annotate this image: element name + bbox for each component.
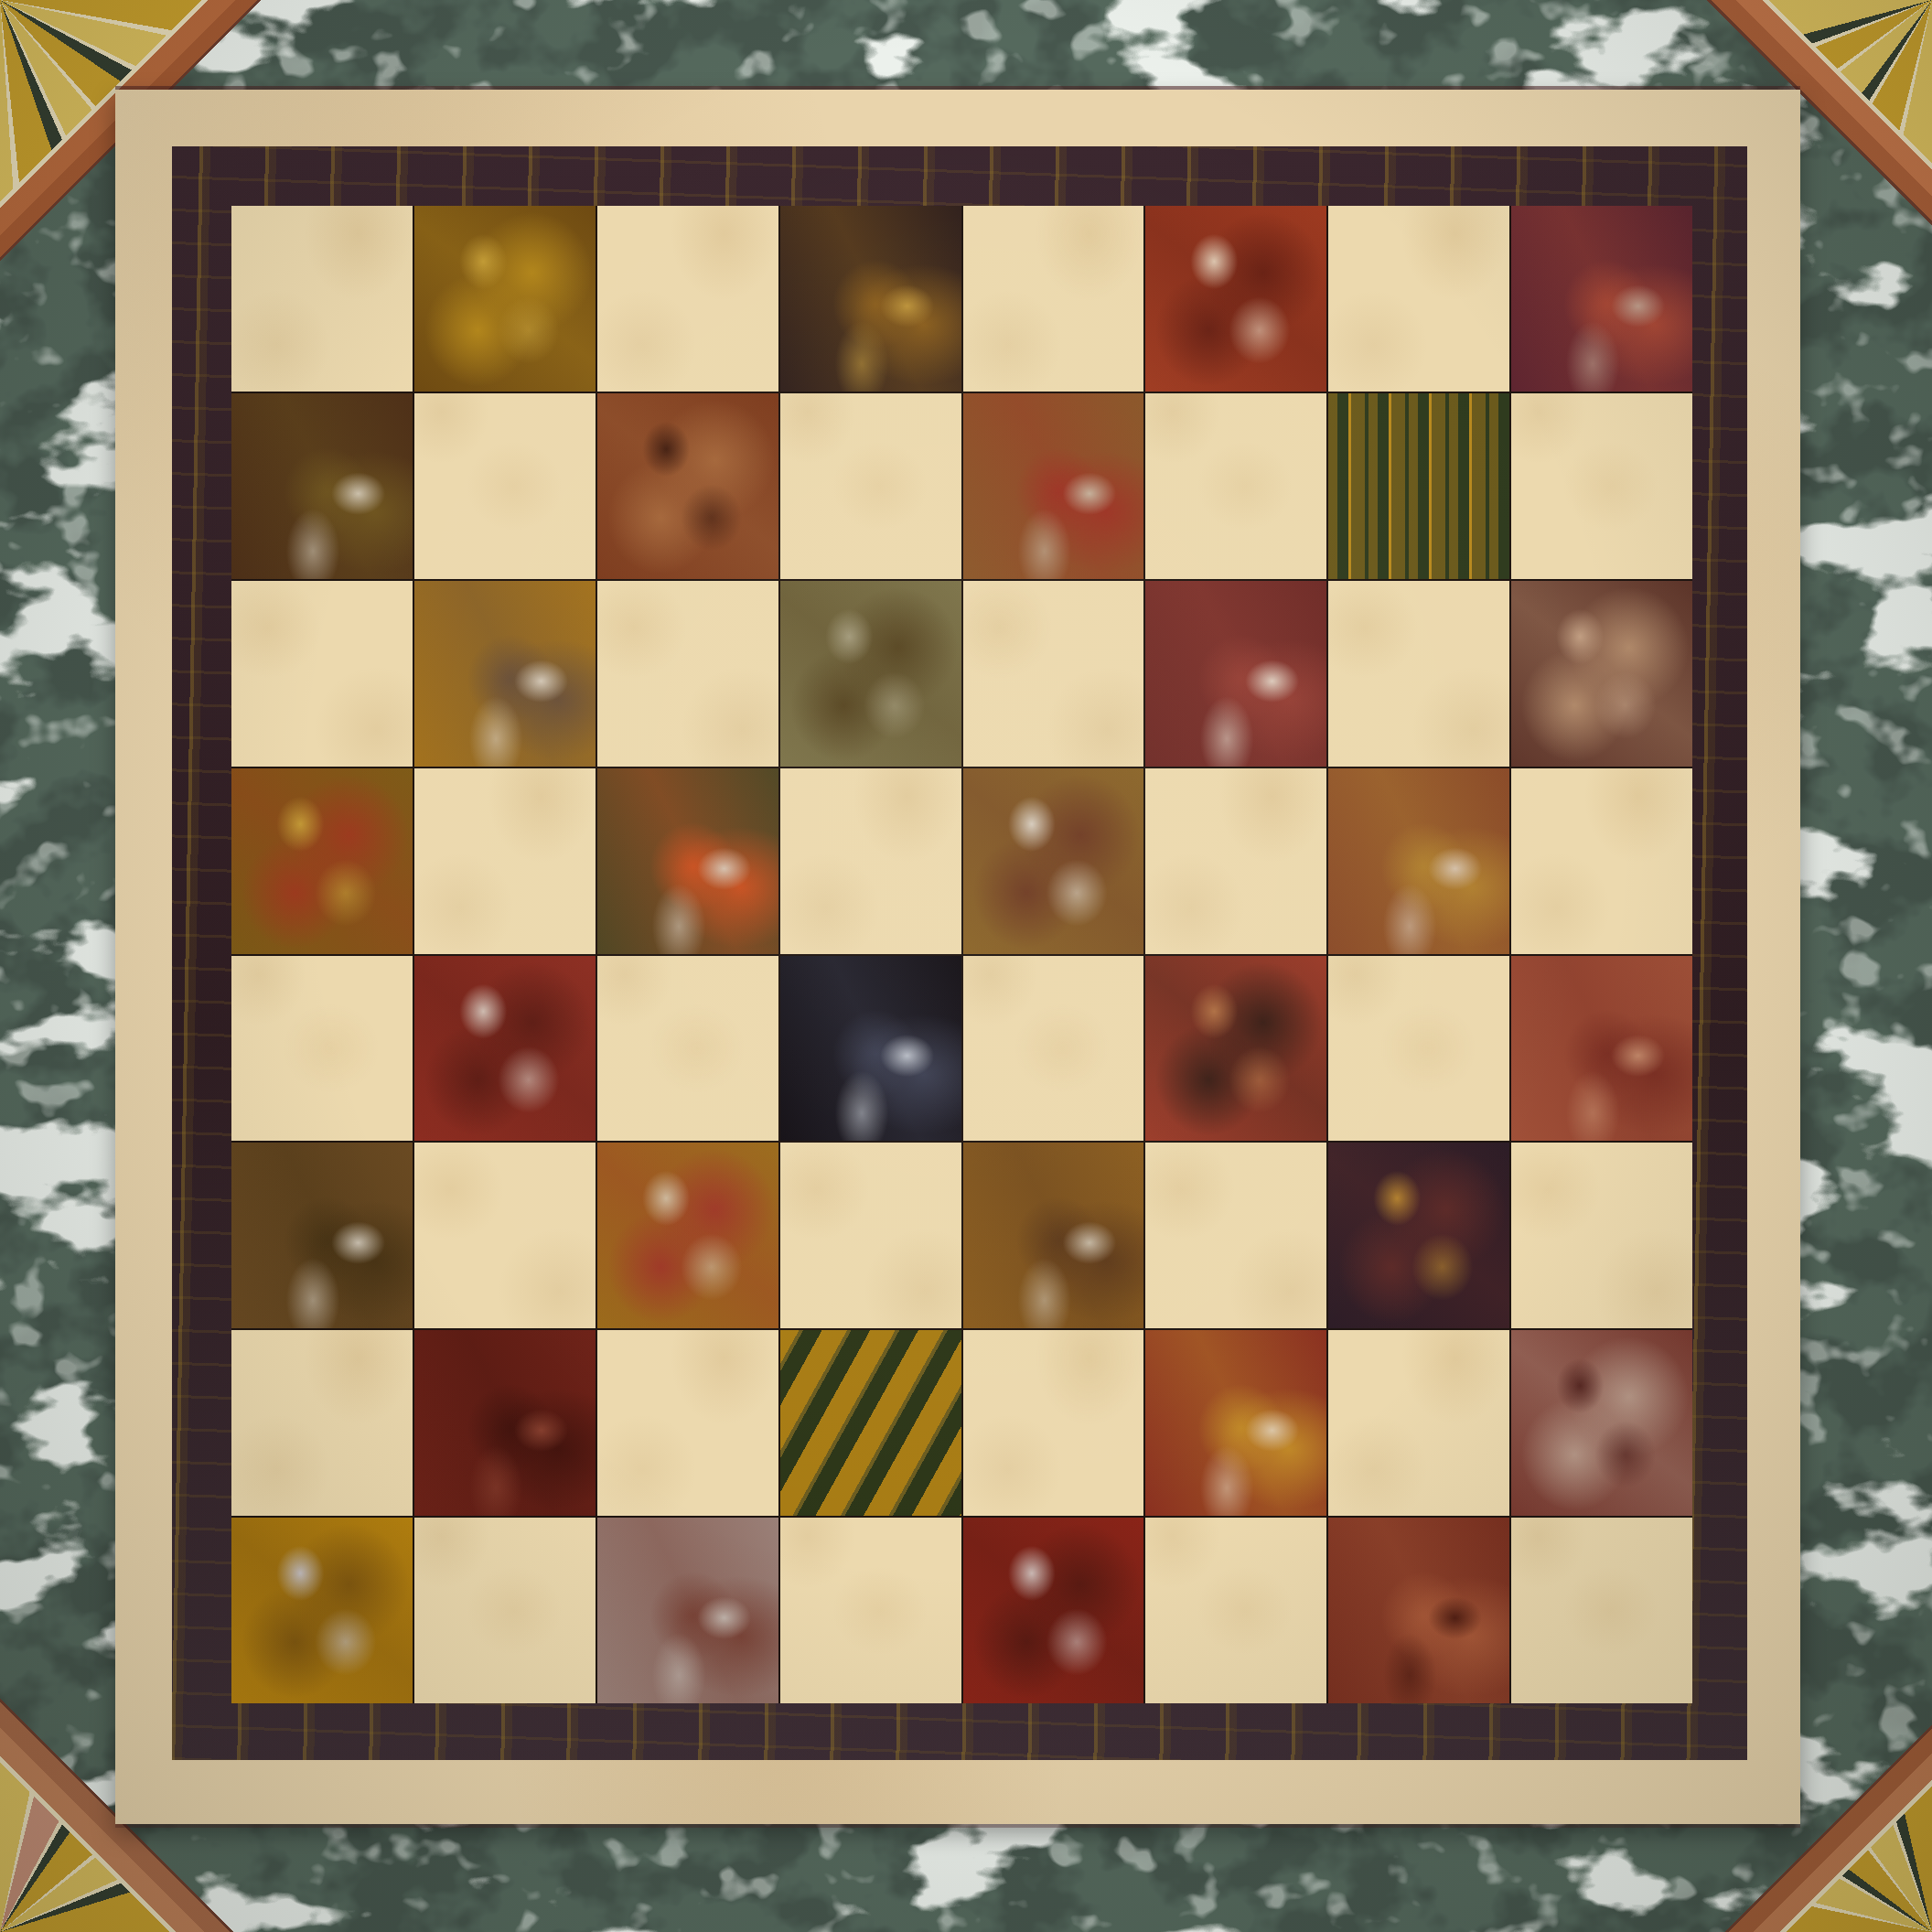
square-a8[interactable] [231, 206, 413, 392]
square-e7[interactable] [963, 393, 1144, 579]
square-d6[interactable] [780, 581, 961, 767]
square-g6[interactable] [1328, 581, 1509, 767]
square-f2[interactable] [1145, 1330, 1326, 1516]
square-h1[interactable] [1511, 1518, 1692, 1703]
square-h4[interactable] [1511, 956, 1692, 1142]
square-d8[interactable] [780, 206, 961, 392]
square-f1[interactable] [1145, 1518, 1326, 1703]
square-f4[interactable] [1145, 956, 1326, 1142]
square-c7[interactable] [597, 393, 778, 579]
square-c5[interactable] [597, 768, 778, 954]
square-a3[interactable] [231, 1143, 413, 1328]
chessboard [115, 90, 1800, 1824]
square-g4[interactable] [1328, 956, 1509, 1142]
square-h8[interactable] [1511, 206, 1692, 392]
square-f3[interactable] [1145, 1143, 1326, 1328]
square-c8[interactable] [597, 206, 778, 392]
square-b8[interactable] [414, 206, 596, 392]
square-b7[interactable] [414, 393, 596, 579]
square-h7[interactable] [1511, 393, 1692, 579]
square-c1[interactable] [597, 1518, 778, 1703]
square-b3[interactable] [414, 1143, 596, 1328]
square-d7[interactable] [780, 393, 961, 579]
table-scene [0, 0, 1932, 1932]
square-h5[interactable] [1511, 768, 1692, 954]
square-g7[interactable] [1328, 393, 1509, 579]
square-g1[interactable] [1328, 1518, 1509, 1703]
square-c2[interactable] [597, 1330, 778, 1516]
square-h2[interactable] [1511, 1330, 1692, 1516]
square-e5[interactable] [963, 768, 1144, 954]
chessboard-frame [172, 146, 1747, 1760]
square-d2[interactable] [780, 1330, 961, 1516]
square-d3[interactable] [780, 1143, 961, 1328]
square-d5[interactable] [780, 768, 961, 954]
square-a2[interactable] [231, 1330, 413, 1516]
square-c3[interactable] [597, 1143, 778, 1328]
square-g5[interactable] [1328, 768, 1509, 954]
square-f7[interactable] [1145, 393, 1326, 579]
square-b5[interactable] [414, 768, 596, 954]
square-a6[interactable] [231, 581, 413, 767]
square-b4[interactable] [414, 956, 596, 1142]
square-c4[interactable] [597, 956, 778, 1142]
square-f8[interactable] [1145, 206, 1326, 392]
square-e8[interactable] [963, 206, 1144, 392]
square-b2[interactable] [414, 1330, 596, 1516]
square-f6[interactable] [1145, 581, 1326, 767]
square-h3[interactable] [1511, 1143, 1692, 1328]
square-e2[interactable] [963, 1330, 1144, 1516]
square-d1[interactable] [780, 1518, 961, 1703]
square-a7[interactable] [231, 393, 413, 579]
square-a4[interactable] [231, 956, 413, 1142]
square-e6[interactable] [963, 581, 1144, 767]
square-b6[interactable] [414, 581, 596, 767]
square-e4[interactable] [963, 956, 1144, 1142]
square-e1[interactable] [963, 1518, 1144, 1703]
square-a1[interactable] [231, 1518, 413, 1703]
square-h6[interactable] [1511, 581, 1692, 767]
square-g2[interactable] [1328, 1330, 1509, 1516]
square-a5[interactable] [231, 768, 413, 954]
square-e3[interactable] [963, 1143, 1144, 1328]
square-g8[interactable] [1328, 206, 1509, 392]
board-grid [231, 206, 1692, 1703]
square-d4[interactable] [780, 956, 961, 1142]
square-c6[interactable] [597, 581, 778, 767]
square-b1[interactable] [414, 1518, 596, 1703]
square-f5[interactable] [1145, 768, 1326, 954]
square-g3[interactable] [1328, 1143, 1509, 1328]
